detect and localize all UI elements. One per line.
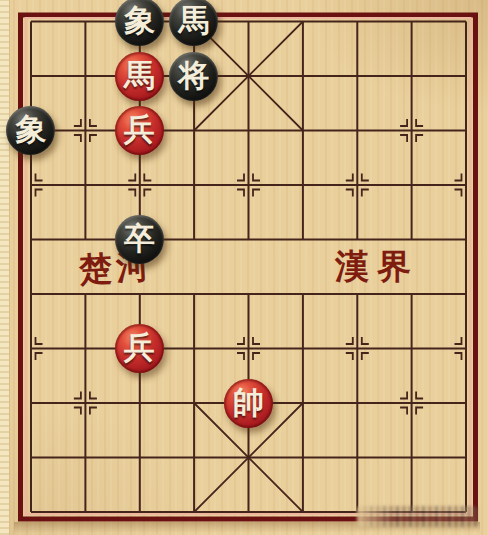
xiangqi-app: 楚河 漢界 象馬馬将象兵卒兵帥 (0, 0, 488, 535)
board-point: 馬 (167, 0, 221, 49)
piece-red-pawn-1[interactable]: 兵 (115, 106, 164, 155)
piece-red-horse[interactable]: 馬 (115, 52, 164, 101)
board-point: 象 (4, 103, 58, 158)
piece-red-pawn-2[interactable]: 兵 (115, 324, 164, 373)
piece-red-general[interactable]: 帥 (224, 379, 273, 428)
piece-black-pawn[interactable]: 卒 (115, 215, 164, 264)
board-point: 馬 (112, 49, 166, 104)
piece-glyph: 象 (124, 5, 155, 36)
piece-glyph: 帥 (233, 387, 264, 418)
watermark-blur (357, 506, 478, 527)
piece-glyph: 将 (178, 60, 209, 91)
board-point: 象 (112, 0, 166, 49)
board-point: 帥 (221, 376, 275, 431)
board-point: 兵 (112, 321, 166, 376)
board-point: 兵 (112, 103, 166, 158)
piece-glyph: 象 (15, 114, 46, 145)
piece-glyph: 兵 (124, 332, 155, 363)
piece-black-general[interactable]: 将 (169, 52, 218, 101)
piece-glyph: 馬 (124, 60, 155, 91)
board-point: 将 (167, 49, 221, 104)
piece-black-horse[interactable]: 馬 (169, 0, 218, 46)
piece-glyph: 卒 (124, 223, 155, 254)
piece-black-elephant-2[interactable]: 象 (6, 106, 55, 155)
piece-black-elephant-1[interactable]: 象 (115, 0, 164, 46)
board-point: 卒 (112, 212, 166, 267)
piece-glyph: 馬 (178, 5, 209, 36)
piece-glyph: 兵 (124, 114, 155, 145)
piece-grid[interactable]: 象馬馬将象兵卒兵帥 (4, 0, 488, 535)
